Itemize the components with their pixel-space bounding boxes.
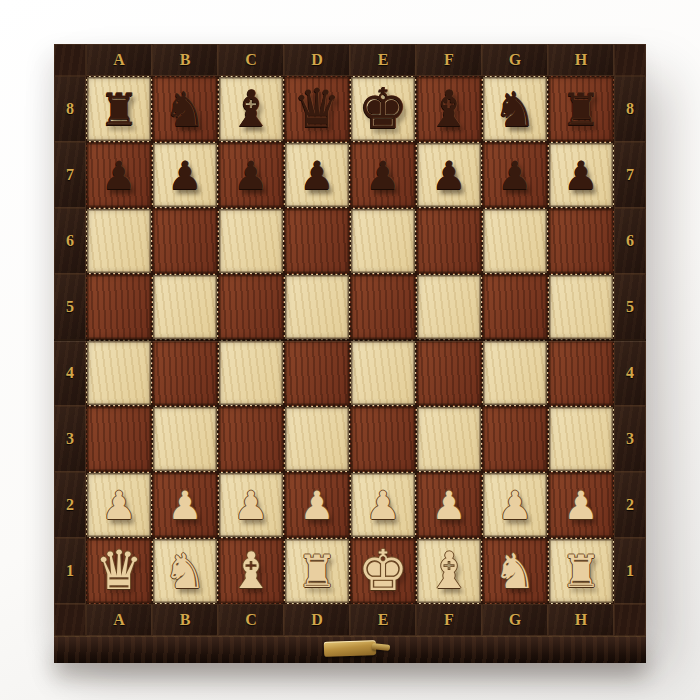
rank-label: 6 bbox=[614, 208, 646, 274]
frame-corner bbox=[614, 604, 646, 636]
piece-black-rook[interactable]: ♜ bbox=[99, 87, 139, 132]
rank-label: 4 bbox=[614, 340, 646, 406]
square-b4[interactable] bbox=[152, 340, 218, 406]
file-label: B bbox=[152, 604, 218, 636]
square-a8[interactable]: ♜ bbox=[86, 76, 152, 142]
square-a6[interactable] bbox=[86, 208, 152, 274]
square-burned-edge bbox=[549, 209, 613, 273]
square-e3[interactable] bbox=[350, 406, 416, 472]
square-g7[interactable]: ♟ bbox=[482, 142, 548, 208]
piece-white-pawn[interactable]: ♟ bbox=[300, 486, 335, 525]
square-burned-edge bbox=[153, 209, 217, 273]
square-burned-edge bbox=[87, 209, 151, 273]
rank-label: 7 bbox=[614, 142, 646, 208]
piece-white-pawn[interactable]: ♟ bbox=[432, 486, 467, 525]
square-h6[interactable] bbox=[548, 208, 614, 274]
square-d2[interactable]: ♟ bbox=[284, 472, 350, 538]
square-b6[interactable] bbox=[152, 208, 218, 274]
square-f7[interactable]: ♟ bbox=[416, 142, 482, 208]
square-burned-edge bbox=[351, 275, 415, 339]
frame-corner bbox=[54, 44, 86, 76]
square-c3[interactable] bbox=[218, 406, 284, 472]
square-burned-edge bbox=[417, 341, 481, 405]
rank-label: 2 bbox=[614, 472, 646, 538]
square-h1[interactable]: ♜ bbox=[548, 538, 614, 604]
square-h7[interactable]: ♟ bbox=[548, 142, 614, 208]
square-f1[interactable]: ♝ bbox=[416, 538, 482, 604]
piece-black-rook[interactable]: ♜ bbox=[561, 87, 601, 132]
rank-label: 7 bbox=[54, 142, 86, 208]
file-label: E bbox=[350, 44, 416, 76]
square-c8[interactable]: ♝ bbox=[218, 76, 284, 142]
square-g3[interactable] bbox=[482, 406, 548, 472]
square-burned-edge bbox=[285, 407, 349, 471]
square-burned-edge bbox=[483, 407, 547, 471]
square-a7[interactable]: ♟ bbox=[86, 142, 152, 208]
square-d7[interactable]: ♟ bbox=[284, 142, 350, 208]
square-c5[interactable] bbox=[218, 274, 284, 340]
square-c4[interactable] bbox=[218, 340, 284, 406]
square-c6[interactable] bbox=[218, 208, 284, 274]
brass-clasp bbox=[324, 640, 376, 657]
piece-black-knight[interactable]: ♞ bbox=[163, 85, 206, 133]
square-burned-edge bbox=[153, 407, 217, 471]
square-e4[interactable] bbox=[350, 340, 416, 406]
square-burned-edge bbox=[483, 341, 547, 405]
file-label: B bbox=[152, 44, 218, 76]
piece-white-knight[interactable]: ♞ bbox=[163, 547, 206, 595]
piece-white-knight[interactable]: ♞ bbox=[493, 547, 536, 595]
square-d4[interactable] bbox=[284, 340, 350, 406]
rank-label: 1 bbox=[54, 538, 86, 604]
file-label: C bbox=[218, 44, 284, 76]
piece-white-queen[interactable]: ♛ bbox=[95, 544, 143, 598]
square-f2[interactable]: ♟ bbox=[416, 472, 482, 538]
square-burned-edge bbox=[351, 209, 415, 273]
square-burned-edge bbox=[285, 275, 349, 339]
square-g2[interactable]: ♟ bbox=[482, 472, 548, 538]
rank-label: 8 bbox=[614, 76, 646, 142]
square-g8[interactable]: ♞ bbox=[482, 76, 548, 142]
piece-white-pawn[interactable]: ♟ bbox=[102, 486, 137, 525]
file-label: F bbox=[416, 44, 482, 76]
piece-black-queen[interactable]: ♛ bbox=[293, 82, 341, 136]
piece-black-bishop[interactable]: ♝ bbox=[229, 84, 274, 134]
square-burned-edge bbox=[549, 407, 613, 471]
square-a2[interactable]: ♟ bbox=[86, 472, 152, 538]
square-f3[interactable] bbox=[416, 406, 482, 472]
square-burned-edge bbox=[153, 275, 217, 339]
piece-black-pawn[interactable]: ♟ bbox=[498, 156, 533, 195]
square-burned-edge bbox=[285, 209, 349, 273]
piece-black-knight[interactable]: ♞ bbox=[493, 85, 536, 133]
rank-label: 2 bbox=[54, 472, 86, 538]
chess-board-wrap: ABCDEFGH8♜♞♝♛♚♝♞♜87♟♟♟♟♟♟♟♟7665544332♟♟♟… bbox=[54, 44, 646, 636]
square-h3[interactable] bbox=[548, 406, 614, 472]
frame-corner bbox=[54, 604, 86, 636]
square-a5[interactable] bbox=[86, 274, 152, 340]
studio-background: { "game": "chess", "scene": "wooden fold… bbox=[0, 0, 700, 700]
file-label: F bbox=[416, 604, 482, 636]
square-h5[interactable] bbox=[548, 274, 614, 340]
file-label: D bbox=[284, 604, 350, 636]
square-g4[interactable] bbox=[482, 340, 548, 406]
square-f6[interactable] bbox=[416, 208, 482, 274]
rank-label: 8 bbox=[54, 76, 86, 142]
square-burned-edge bbox=[417, 407, 481, 471]
square-burned-edge bbox=[483, 209, 547, 273]
square-c7[interactable]: ♟ bbox=[218, 142, 284, 208]
square-g5[interactable] bbox=[482, 274, 548, 340]
square-burned-edge bbox=[219, 407, 283, 471]
rank-label: 3 bbox=[614, 406, 646, 472]
square-c2[interactable]: ♟ bbox=[218, 472, 284, 538]
file-label: G bbox=[482, 44, 548, 76]
piece-white-king[interactable]: ♚ bbox=[358, 543, 408, 599]
square-e8[interactable]: ♚ bbox=[350, 76, 416, 142]
square-burned-edge bbox=[417, 275, 481, 339]
piece-white-pawn[interactable]: ♟ bbox=[366, 486, 401, 525]
square-burned-edge bbox=[285, 341, 349, 405]
file-label: E bbox=[350, 604, 416, 636]
square-h2[interactable]: ♟ bbox=[548, 472, 614, 538]
square-b3[interactable] bbox=[152, 406, 218, 472]
rank-label: 5 bbox=[614, 274, 646, 340]
rank-label: 1 bbox=[614, 538, 646, 604]
square-d3[interactable] bbox=[284, 406, 350, 472]
chess-board: ABCDEFGH8♜♞♝♛♚♝♞♜87♟♟♟♟♟♟♟♟7665544332♟♟♟… bbox=[54, 44, 646, 636]
piece-white-pawn[interactable]: ♟ bbox=[234, 486, 269, 525]
piece-white-bishop[interactable]: ♝ bbox=[427, 546, 472, 596]
rank-label: 6 bbox=[54, 208, 86, 274]
square-d6[interactable] bbox=[284, 208, 350, 274]
square-burned-edge bbox=[153, 341, 217, 405]
square-e2[interactable]: ♟ bbox=[350, 472, 416, 538]
square-d5[interactable] bbox=[284, 274, 350, 340]
file-label: H bbox=[548, 604, 614, 636]
square-e7[interactable]: ♟ bbox=[350, 142, 416, 208]
rank-label: 3 bbox=[54, 406, 86, 472]
square-burned-edge bbox=[219, 341, 283, 405]
square-g6[interactable] bbox=[482, 208, 548, 274]
square-b8[interactable]: ♞ bbox=[152, 76, 218, 142]
square-burned-edge bbox=[219, 275, 283, 339]
square-burned-edge bbox=[417, 209, 481, 273]
square-b7[interactable]: ♟ bbox=[152, 142, 218, 208]
piece-black-pawn[interactable]: ♟ bbox=[300, 156, 335, 195]
square-burned-edge bbox=[351, 407, 415, 471]
piece-black-pawn[interactable]: ♟ bbox=[564, 156, 599, 195]
file-label: D bbox=[284, 44, 350, 76]
square-burned-edge bbox=[351, 341, 415, 405]
square-f5[interactable] bbox=[416, 274, 482, 340]
rank-label: 4 bbox=[54, 340, 86, 406]
square-h8[interactable]: ♜ bbox=[548, 76, 614, 142]
piece-black-pawn[interactable]: ♟ bbox=[432, 156, 467, 195]
square-burned-edge bbox=[483, 275, 547, 339]
square-f4[interactable] bbox=[416, 340, 482, 406]
piece-black-king[interactable]: ♚ bbox=[358, 81, 408, 137]
piece-black-pawn[interactable]: ♟ bbox=[168, 156, 203, 195]
square-burned-edge bbox=[549, 275, 613, 339]
square-b1[interactable]: ♞ bbox=[152, 538, 218, 604]
piece-white-rook[interactable]: ♜ bbox=[297, 549, 337, 594]
piece-black-pawn[interactable]: ♟ bbox=[102, 156, 137, 195]
board-side-edge bbox=[54, 636, 646, 663]
file-label: G bbox=[482, 604, 548, 636]
square-a4[interactable] bbox=[86, 340, 152, 406]
square-a1[interactable]: ♛ bbox=[86, 538, 152, 604]
square-a3[interactable] bbox=[86, 406, 152, 472]
square-g1[interactable]: ♞ bbox=[482, 538, 548, 604]
square-burned-edge bbox=[87, 341, 151, 405]
file-label: A bbox=[86, 44, 152, 76]
square-h4[interactable] bbox=[548, 340, 614, 406]
file-label: A bbox=[86, 604, 152, 636]
file-label: C bbox=[218, 604, 284, 636]
square-e5[interactable] bbox=[350, 274, 416, 340]
square-c1[interactable]: ♝ bbox=[218, 538, 284, 604]
square-burned-edge bbox=[87, 407, 151, 471]
rank-label: 5 bbox=[54, 274, 86, 340]
piece-white-pawn[interactable]: ♟ bbox=[498, 486, 533, 525]
square-burned-edge bbox=[219, 209, 283, 273]
square-d1[interactable]: ♜ bbox=[284, 538, 350, 604]
square-f8[interactable]: ♝ bbox=[416, 76, 482, 142]
piece-black-bishop[interactable]: ♝ bbox=[427, 84, 472, 134]
piece-black-pawn[interactable]: ♟ bbox=[234, 156, 269, 195]
frame-corner bbox=[614, 44, 646, 76]
square-burned-edge bbox=[549, 341, 613, 405]
file-label: H bbox=[548, 44, 614, 76]
square-b2[interactable]: ♟ bbox=[152, 472, 218, 538]
piece-white-bishop[interactable]: ♝ bbox=[229, 546, 274, 596]
piece-white-pawn[interactable]: ♟ bbox=[564, 486, 599, 525]
square-e6[interactable] bbox=[350, 208, 416, 274]
square-burned-edge bbox=[87, 275, 151, 339]
square-d8[interactable]: ♛ bbox=[284, 76, 350, 142]
piece-black-pawn[interactable]: ♟ bbox=[366, 156, 401, 195]
square-b5[interactable] bbox=[152, 274, 218, 340]
piece-white-pawn[interactable]: ♟ bbox=[168, 486, 203, 525]
square-e1[interactable]: ♚ bbox=[350, 538, 416, 604]
piece-white-rook[interactable]: ♜ bbox=[561, 549, 601, 594]
